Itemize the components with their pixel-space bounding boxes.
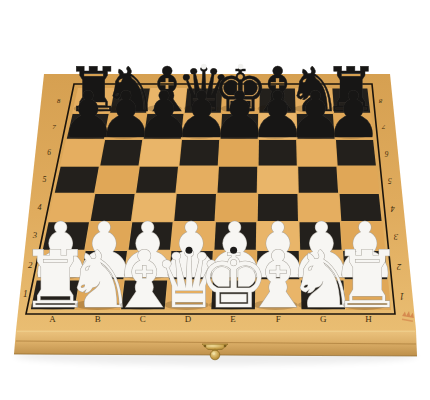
rank-label-left-5: 5	[42, 175, 46, 184]
square-b5[interactable]	[95, 166, 140, 193]
clasp-knob-highlight	[212, 352, 215, 355]
finial-accent-d1	[186, 247, 193, 254]
square-h5[interactable]	[337, 166, 380, 193]
white-rook-h1[interactable]: ♜	[332, 234, 403, 326]
rank-label-right-5: 5	[388, 176, 392, 185]
square-f5[interactable]	[257, 166, 298, 193]
black-pawn-h7[interactable]: ♟	[325, 78, 382, 152]
square-e5[interactable]	[218, 167, 258, 193]
finial-accent-e1	[230, 247, 237, 254]
product-photo-chess-set: ABCDEFGH 87654321 87654321 ♜♞♝♛♚♝♞♜♟♟♟♟♟…	[0, 0, 430, 400]
clasp-screw-left	[204, 345, 207, 348]
finial-accent-d8	[201, 64, 207, 70]
square-c5[interactable]	[136, 167, 178, 193]
finial-accent-e8	[238, 64, 244, 70]
chess-scene: ABCDEFGH 87654321 87654321 ♜♞♝♛♚♝♞♜♟♟♟♟♟…	[0, 0, 430, 400]
square-g5[interactable]	[298, 167, 338, 193]
clasp-screw-right	[224, 345, 227, 348]
square-d5[interactable]	[176, 166, 218, 193]
rank-label-right-6: 6	[385, 149, 389, 158]
clasp-knob	[210, 350, 220, 360]
square-a5[interactable]	[55, 167, 99, 193]
rank-label-left-7: 7	[52, 123, 56, 131]
rank-label-left-6: 6	[47, 148, 51, 157]
